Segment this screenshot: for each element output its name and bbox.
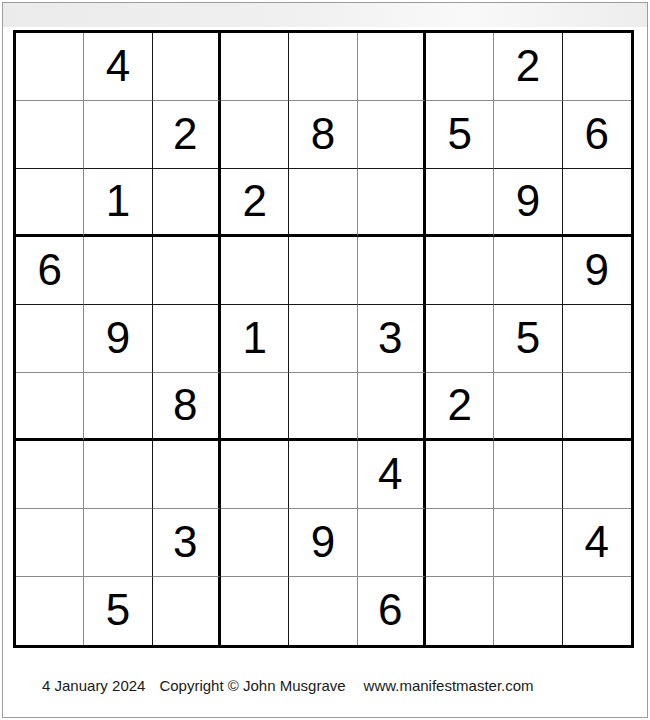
given-digit: 6 xyxy=(378,588,402,632)
cell-r4c1[interactable]: 6 xyxy=(16,237,84,305)
cell-r8c6[interactable] xyxy=(358,509,426,577)
cell-r8c9[interactable]: 4 xyxy=(563,509,631,577)
cell-r6c3[interactable]: 8 xyxy=(153,373,221,441)
cell-r7c4[interactable] xyxy=(221,441,289,509)
cell-r5c3[interactable] xyxy=(153,305,221,373)
cell-r7c9[interactable] xyxy=(563,441,631,509)
cell-r6c4[interactable] xyxy=(221,373,289,441)
given-digit: 2 xyxy=(173,112,197,156)
cell-r6c6[interactable] xyxy=(358,373,426,441)
cell-r3c1[interactable] xyxy=(16,169,84,237)
cell-r5c6[interactable]: 3 xyxy=(358,305,426,373)
cell-r3c6[interactable] xyxy=(358,169,426,237)
given-digit: 5 xyxy=(447,112,471,156)
cell-r8c5[interactable]: 9 xyxy=(289,509,357,577)
cell-r2c2[interactable] xyxy=(84,101,152,169)
cell-r7c2[interactable] xyxy=(84,441,152,509)
cell-r2c9[interactable]: 6 xyxy=(563,101,631,169)
given-digit: 4 xyxy=(106,44,130,88)
given-digit: 9 xyxy=(311,520,335,564)
given-digit: 6 xyxy=(585,112,609,156)
cell-r5c1[interactable] xyxy=(16,305,84,373)
cell-r1c6[interactable] xyxy=(358,33,426,101)
cell-r5c2[interactable]: 9 xyxy=(84,305,152,373)
cell-r1c7[interactable] xyxy=(426,33,494,101)
given-digit: 6 xyxy=(37,248,61,292)
cell-r4c9[interactable]: 9 xyxy=(563,237,631,305)
cell-r7c7[interactable] xyxy=(426,441,494,509)
given-digit: 3 xyxy=(173,520,197,564)
cell-r1c9[interactable] xyxy=(563,33,631,101)
footer-website: www.manifestmaster.com xyxy=(364,677,534,694)
cell-r9c4[interactable] xyxy=(221,577,289,645)
cell-r4c4[interactable] xyxy=(221,237,289,305)
cell-r8c3[interactable]: 3 xyxy=(153,509,221,577)
footer: 4 January 2024Copyright © John Musgravew… xyxy=(42,677,534,694)
footer-copyright: Copyright © John Musgrave xyxy=(159,677,345,694)
cell-r3c8[interactable]: 9 xyxy=(494,169,562,237)
cell-r8c8[interactable] xyxy=(494,509,562,577)
cell-r7c8[interactable] xyxy=(494,441,562,509)
cell-r9c3[interactable] xyxy=(153,577,221,645)
given-digit: 9 xyxy=(585,248,609,292)
cell-r4c3[interactable] xyxy=(153,237,221,305)
cell-r2c8[interactable] xyxy=(494,101,562,169)
cell-r4c8[interactable] xyxy=(494,237,562,305)
given-digit: 5 xyxy=(106,588,130,632)
cell-r8c1[interactable] xyxy=(16,509,84,577)
cell-r4c7[interactable] xyxy=(426,237,494,305)
given-digit: 4 xyxy=(378,452,402,496)
cell-r7c3[interactable] xyxy=(153,441,221,509)
given-digit: 2 xyxy=(447,383,471,427)
given-digit: 1 xyxy=(242,316,266,360)
cell-r3c4[interactable]: 2 xyxy=(221,169,289,237)
cell-r7c5[interactable] xyxy=(289,441,357,509)
cell-r6c8[interactable] xyxy=(494,373,562,441)
given-digit: 9 xyxy=(106,316,130,360)
footer-date: 4 January 2024 xyxy=(42,677,145,694)
given-digit: 2 xyxy=(242,179,266,223)
cell-r5c7[interactable] xyxy=(426,305,494,373)
cell-r3c7[interactable] xyxy=(426,169,494,237)
given-digit: 4 xyxy=(585,520,609,564)
cell-r3c2[interactable]: 1 xyxy=(84,169,152,237)
cell-r6c9[interactable] xyxy=(563,373,631,441)
cell-r9c2[interactable]: 5 xyxy=(84,577,152,645)
cell-r5c8[interactable]: 5 xyxy=(494,305,562,373)
cell-r1c1[interactable] xyxy=(16,33,84,101)
cell-r6c1[interactable] xyxy=(16,373,84,441)
cell-r2c5[interactable]: 8 xyxy=(289,101,357,169)
cell-r8c2[interactable] xyxy=(84,509,152,577)
given-digit: 9 xyxy=(516,179,540,223)
cell-r8c4[interactable] xyxy=(221,509,289,577)
given-digit: 1 xyxy=(106,179,130,223)
cell-r6c7[interactable]: 2 xyxy=(426,373,494,441)
cell-r9c8[interactable] xyxy=(494,577,562,645)
cell-r7c1[interactable] xyxy=(16,441,84,509)
given-digit: 2 xyxy=(516,44,540,88)
cell-r1c2[interactable]: 4 xyxy=(84,33,152,101)
cell-r2c6[interactable] xyxy=(358,101,426,169)
cell-r3c9[interactable] xyxy=(563,169,631,237)
cell-r8c7[interactable] xyxy=(426,509,494,577)
cell-r6c5[interactable] xyxy=(289,373,357,441)
cell-r1c8[interactable]: 2 xyxy=(494,33,562,101)
cell-r4c2[interactable] xyxy=(84,237,152,305)
cell-r2c7[interactable]: 5 xyxy=(426,101,494,169)
cell-r3c3[interactable] xyxy=(153,169,221,237)
cell-r9c5[interactable] xyxy=(289,577,357,645)
cell-r5c9[interactable] xyxy=(563,305,631,373)
cell-r7c6[interactable]: 4 xyxy=(358,441,426,509)
cell-r5c5[interactable] xyxy=(289,305,357,373)
cell-r2c1[interactable] xyxy=(16,101,84,169)
given-digit: 8 xyxy=(311,112,335,156)
cell-r1c3[interactable] xyxy=(153,33,221,101)
cell-r4c6[interactable] xyxy=(358,237,426,305)
cell-r9c1[interactable] xyxy=(16,577,84,645)
cell-r9c9[interactable] xyxy=(563,577,631,645)
cell-r6c2[interactable] xyxy=(84,373,152,441)
cell-r2c3[interactable]: 2 xyxy=(153,101,221,169)
cell-r1c4[interactable] xyxy=(221,33,289,101)
cell-r9c6[interactable]: 6 xyxy=(358,577,426,645)
cell-r3c5[interactable] xyxy=(289,169,357,237)
cell-r4c5[interactable] xyxy=(289,237,357,305)
given-digit: 5 xyxy=(516,316,540,360)
given-digit: 8 xyxy=(173,383,197,427)
given-digit: 3 xyxy=(378,316,402,360)
cell-r5c4[interactable]: 1 xyxy=(221,305,289,373)
sudoku-board: 42285612969913582439456 xyxy=(13,30,634,648)
top-band xyxy=(3,3,647,27)
cell-r9c7[interactable] xyxy=(426,577,494,645)
cell-r2c4[interactable] xyxy=(221,101,289,169)
cell-r1c5[interactable] xyxy=(289,33,357,101)
